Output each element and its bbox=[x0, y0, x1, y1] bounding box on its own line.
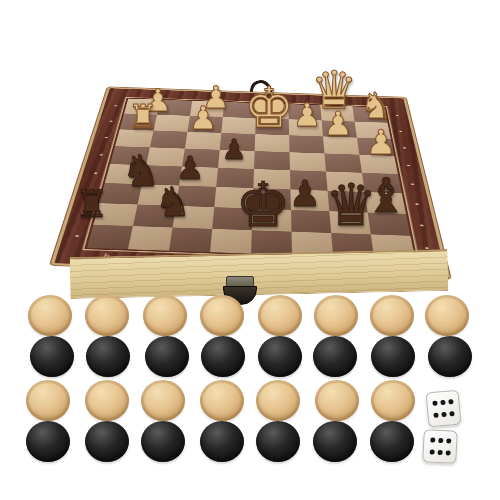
rank-marker-dot bbox=[399, 130, 402, 131]
checker-dark[interactable] bbox=[201, 336, 245, 377]
checker-dark[interactable] bbox=[313, 421, 357, 462]
piece-black-knight-f7[interactable]: ♞ bbox=[153, 182, 194, 223]
square-c4[interactable] bbox=[290, 152, 326, 171]
checker-light[interactable] bbox=[314, 295, 358, 336]
checker-dark[interactable] bbox=[256, 421, 300, 462]
checker-dark[interactable] bbox=[30, 336, 74, 377]
checker-dark[interactable] bbox=[86, 336, 130, 377]
die-pip bbox=[430, 438, 435, 443]
checker-dark[interactable] bbox=[141, 421, 185, 462]
rank-marker-dot bbox=[99, 154, 102, 156]
checker-light[interactable] bbox=[370, 295, 414, 336]
checker-dark[interactable] bbox=[200, 421, 244, 462]
piece-black-pawn-c6[interactable]: ♟ bbox=[287, 176, 323, 212]
rank-marker-dot bbox=[395, 115, 398, 116]
rank-marker-dot bbox=[402, 147, 405, 149]
rank-marker-dot bbox=[94, 172, 98, 174]
piece-black-bishop-a7[interactable]: ♝ bbox=[362, 171, 410, 219]
rank-marker-dot bbox=[410, 183, 413, 185]
die-pip bbox=[437, 450, 442, 455]
die-pip bbox=[440, 400, 445, 405]
die-pip bbox=[434, 413, 439, 418]
checker-dark[interactable] bbox=[371, 336, 415, 377]
square-h8[interactable] bbox=[87, 225, 133, 250]
rank-marker-dot bbox=[104, 136, 107, 137]
checker-light[interactable] bbox=[85, 295, 129, 336]
checker-dark[interactable] bbox=[145, 336, 189, 377]
checker-light[interactable] bbox=[200, 380, 244, 421]
die-pip bbox=[448, 399, 453, 404]
die-pip bbox=[441, 412, 446, 417]
checker-dark[interactable] bbox=[258, 336, 302, 377]
piece-black-king-d8[interactable]: ♚ bbox=[232, 174, 294, 236]
checker-light[interactable] bbox=[141, 380, 185, 421]
rank-marker-dot bbox=[419, 224, 423, 226]
piece-white-pawn-f2[interactable]: ♟ bbox=[187, 102, 219, 134]
piece-white-rook-h2[interactable]: ♜ bbox=[127, 100, 160, 133]
checker-light[interactable] bbox=[371, 380, 415, 421]
rank-marker-dot bbox=[406, 164, 409, 166]
checker-dark[interactable] bbox=[428, 336, 472, 377]
piece-black-pawn-f5[interactable]: ♟ bbox=[174, 152, 206, 184]
piece-black-pawn-e4[interactable]: ♟ bbox=[220, 136, 248, 164]
die-pip bbox=[445, 450, 450, 455]
square-f8[interactable] bbox=[169, 227, 212, 252]
product-photo: hgfedcba ♟♟♜♟♚♟♛♟♞♟♜♞♞♟♟♚♟♛♝ bbox=[0, 0, 500, 500]
piece-white-knight-b1[interactable]: ♞ bbox=[358, 88, 394, 124]
checker-light[interactable] bbox=[28, 295, 72, 336]
checker-light[interactable] bbox=[200, 295, 244, 336]
die-pip bbox=[449, 411, 454, 416]
die-pip bbox=[429, 449, 434, 454]
die-showing-6[interactable] bbox=[426, 390, 462, 428]
die-showing-6[interactable] bbox=[422, 429, 458, 464]
checker-light[interactable] bbox=[26, 380, 70, 421]
box-front-panel bbox=[70, 249, 449, 299]
square-c3[interactable] bbox=[289, 135, 324, 153]
checker-light[interactable] bbox=[256, 380, 300, 421]
checker-dark[interactable] bbox=[313, 336, 357, 377]
checker-dark[interactable] bbox=[26, 421, 70, 462]
checker-light[interactable] bbox=[143, 295, 187, 336]
square-g8[interactable] bbox=[128, 226, 173, 251]
piece-black-rook-h7[interactable]: ♜ bbox=[73, 185, 111, 223]
checker-dark[interactable] bbox=[370, 421, 414, 462]
die-pip bbox=[446, 439, 451, 444]
piece-white-pawn-c3[interactable]: ♟ bbox=[322, 107, 355, 140]
rank-marker-dot bbox=[114, 105, 117, 106]
rank-marker-dot bbox=[109, 120, 112, 121]
checker-light[interactable] bbox=[425, 295, 469, 336]
square-b4[interactable] bbox=[324, 153, 362, 172]
checker-light[interactable] bbox=[258, 295, 302, 336]
piece-white-pawn-a4[interactable]: ♟ bbox=[364, 125, 398, 159]
checker-light[interactable] bbox=[315, 380, 359, 421]
die-pip bbox=[438, 438, 443, 443]
checker-light[interactable] bbox=[85, 380, 129, 421]
die-pip bbox=[433, 400, 438, 405]
rank-marker-dot bbox=[75, 235, 79, 237]
piece-white-king-e2[interactable]: ♚ bbox=[241, 80, 297, 136]
checker-dark[interactable] bbox=[85, 421, 129, 462]
rank-marker-dot bbox=[415, 203, 419, 205]
